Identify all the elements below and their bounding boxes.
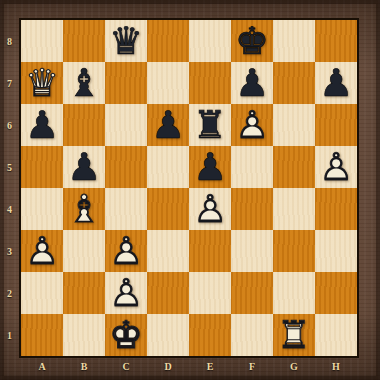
piece-glyph-outline: ♙ [105, 230, 147, 272]
square-g5[interactable] [273, 146, 315, 188]
square-d4[interactable] [147, 188, 189, 230]
square-e8[interactable] [189, 20, 231, 62]
piece-white-king-c1[interactable]: ♚♔ [105, 314, 147, 356]
square-g1[interactable]: ♜♖ [273, 314, 315, 356]
file-label-h: H [315, 358, 357, 375]
square-a7[interactable]: ♛♕ [21, 62, 63, 104]
square-e4[interactable]: ♟♙ [189, 188, 231, 230]
square-b3[interactable] [63, 230, 105, 272]
chessboard: 87654321 ABCDEFGH ♛♚♛♕♝♟♟♟♟♜♟♙♟♟♟♙♝♗♟♙♟♙… [0, 0, 380, 380]
piece-glyph-outline: ♖ [273, 314, 315, 356]
square-b2[interactable] [63, 272, 105, 314]
piece-black-pawn-b5[interactable]: ♟ [63, 146, 105, 188]
square-f5[interactable] [231, 146, 273, 188]
piece-glyph-outline: ♙ [315, 146, 357, 188]
square-b1[interactable] [63, 314, 105, 356]
rank-label-2: 2 [0, 272, 19, 314]
square-f3[interactable] [231, 230, 273, 272]
square-b4[interactable]: ♝♗ [63, 188, 105, 230]
square-a3[interactable]: ♟♙ [21, 230, 63, 272]
square-d3[interactable] [147, 230, 189, 272]
piece-white-pawn-h5[interactable]: ♟♙ [315, 146, 357, 188]
piece-glyph-outline: ♙ [189, 188, 231, 230]
square-f6[interactable]: ♟♙ [231, 104, 273, 146]
square-a5[interactable] [21, 146, 63, 188]
square-h3[interactable] [315, 230, 357, 272]
piece-black-queen-c8[interactable]: ♛ [105, 20, 147, 62]
square-d7[interactable] [147, 62, 189, 104]
board-grid: ♛♚♛♕♝♟♟♟♟♜♟♙♟♟♟♙♝♗♟♙♟♙♟♙♟♙♚♔♜♖ [19, 18, 359, 358]
square-e1[interactable] [189, 314, 231, 356]
square-h5[interactable]: ♟♙ [315, 146, 357, 188]
square-h7[interactable]: ♟ [315, 62, 357, 104]
file-label-c: C [105, 358, 147, 375]
square-c5[interactable] [105, 146, 147, 188]
piece-glyph-fill: ♚ [231, 20, 273, 62]
rank-label-1: 1 [0, 314, 19, 356]
piece-white-pawn-c3[interactable]: ♟♙ [105, 230, 147, 272]
square-e7[interactable] [189, 62, 231, 104]
square-c2[interactable]: ♟♙ [105, 272, 147, 314]
square-b6[interactable] [63, 104, 105, 146]
piece-glyph-outline: ♙ [21, 230, 63, 272]
square-e6[interactable]: ♜ [189, 104, 231, 146]
square-f8[interactable]: ♚ [231, 20, 273, 62]
rank-label-7: 7 [0, 62, 19, 104]
square-e2[interactable] [189, 272, 231, 314]
file-labels: ABCDEFGH [21, 358, 357, 375]
square-c4[interactable] [105, 188, 147, 230]
piece-glyph-fill: ♟ [231, 62, 273, 104]
square-b8[interactable] [63, 20, 105, 62]
file-label-a: A [21, 358, 63, 375]
rank-labels: 87654321 [0, 20, 19, 356]
piece-white-rook-g1[interactable]: ♜♖ [273, 314, 315, 356]
square-h8[interactable] [315, 20, 357, 62]
square-h2[interactable] [315, 272, 357, 314]
piece-black-pawn-e5[interactable]: ♟ [189, 146, 231, 188]
rank-label-4: 4 [0, 188, 19, 230]
piece-white-pawn-f6[interactable]: ♟♙ [231, 104, 273, 146]
square-g6[interactable] [273, 104, 315, 146]
piece-white-pawn-c2[interactable]: ♟♙ [105, 272, 147, 314]
square-b5[interactable]: ♟ [63, 146, 105, 188]
file-label-f: F [231, 358, 273, 375]
square-h1[interactable] [315, 314, 357, 356]
square-d5[interactable] [147, 146, 189, 188]
square-g8[interactable] [273, 20, 315, 62]
square-e5[interactable]: ♟ [189, 146, 231, 188]
file-label-g: G [273, 358, 315, 375]
square-g3[interactable] [273, 230, 315, 272]
square-a4[interactable] [21, 188, 63, 230]
piece-black-pawn-d6[interactable]: ♟ [147, 104, 189, 146]
piece-black-rook-e6[interactable]: ♜ [189, 104, 231, 146]
file-label-e: E [189, 358, 231, 375]
square-d1[interactable] [147, 314, 189, 356]
square-a1[interactable] [21, 314, 63, 356]
square-e3[interactable] [189, 230, 231, 272]
square-a2[interactable] [21, 272, 63, 314]
square-b7[interactable]: ♝ [63, 62, 105, 104]
square-c3[interactable]: ♟♙ [105, 230, 147, 272]
square-f7[interactable]: ♟ [231, 62, 273, 104]
piece-glyph-outline: ♗ [63, 188, 105, 230]
piece-glyph-fill: ♟ [189, 146, 231, 188]
piece-glyph-fill: ♟ [21, 104, 63, 146]
piece-white-pawn-e4[interactable]: ♟♙ [189, 188, 231, 230]
square-c6[interactable] [105, 104, 147, 146]
square-f4[interactable] [231, 188, 273, 230]
square-a8[interactable] [21, 20, 63, 62]
square-a6[interactable]: ♟ [21, 104, 63, 146]
piece-glyph-fill: ♛ [105, 20, 147, 62]
square-c7[interactable] [105, 62, 147, 104]
rank-label-6: 6 [0, 104, 19, 146]
piece-white-queen-a7[interactable]: ♛♕ [21, 62, 63, 104]
piece-black-pawn-h7[interactable]: ♟ [315, 62, 357, 104]
rank-label-3: 3 [0, 230, 19, 272]
piece-black-bishop-b7[interactable]: ♝ [63, 62, 105, 104]
square-d2[interactable] [147, 272, 189, 314]
piece-black-pawn-f7[interactable]: ♟ [231, 62, 273, 104]
square-f2[interactable] [231, 272, 273, 314]
piece-glyph-outline: ♔ [105, 314, 147, 356]
file-label-b: B [63, 358, 105, 375]
piece-white-pawn-a3[interactable]: ♟♙ [21, 230, 63, 272]
square-g4[interactable] [273, 188, 315, 230]
piece-glyph-fill: ♜ [189, 104, 231, 146]
square-c1[interactable]: ♚♔ [105, 314, 147, 356]
square-g2[interactable] [273, 272, 315, 314]
square-d8[interactable] [147, 20, 189, 62]
piece-glyph-fill: ♟ [147, 104, 189, 146]
file-label-d: D [147, 358, 189, 375]
piece-glyph-fill: ♟ [63, 146, 105, 188]
square-h6[interactable] [315, 104, 357, 146]
piece-glyph-outline: ♙ [231, 104, 273, 146]
piece-white-bishop-b4[interactable]: ♝♗ [63, 188, 105, 230]
piece-glyph-fill: ♟ [315, 62, 357, 104]
piece-glyph-outline: ♕ [21, 62, 63, 104]
square-d6[interactable]: ♟ [147, 104, 189, 146]
rank-label-5: 5 [0, 146, 19, 188]
square-h4[interactable] [315, 188, 357, 230]
square-g7[interactable] [273, 62, 315, 104]
rank-label-8: 8 [0, 20, 19, 62]
square-c8[interactable]: ♛ [105, 20, 147, 62]
square-f1[interactable] [231, 314, 273, 356]
piece-glyph-outline: ♙ [105, 272, 147, 314]
piece-black-pawn-a6[interactable]: ♟ [21, 104, 63, 146]
piece-black-king-f8[interactable]: ♚ [231, 20, 273, 62]
piece-glyph-fill: ♝ [63, 62, 105, 104]
